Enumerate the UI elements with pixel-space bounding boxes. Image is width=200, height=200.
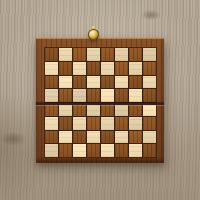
fold-seam-line [36,103,164,105]
square-f2[interactable] [115,131,128,144]
square-h7[interactable] [143,62,156,75]
square-f7[interactable] [115,62,128,75]
square-d3[interactable] [87,117,100,130]
square-g3[interactable] [129,117,142,130]
square-a5[interactable] [45,89,58,102]
square-b7[interactable] [59,62,72,75]
square-b3[interactable] [59,117,72,130]
square-a3[interactable] [45,117,58,130]
brass-clasp [87,26,99,41]
square-d1[interactable] [87,144,100,157]
square-e7[interactable] [101,62,114,75]
square-e5[interactable] [101,89,114,102]
square-e8[interactable] [101,48,114,61]
square-c6[interactable] [73,76,86,89]
square-b6[interactable] [59,76,72,89]
square-e2[interactable] [101,131,114,144]
square-e3[interactable] [101,117,114,130]
clasp-ball-icon [88,29,99,40]
square-a6[interactable] [45,76,58,89]
square-h1[interactable] [143,144,156,157]
square-c5[interactable] [73,89,86,102]
square-h3[interactable] [143,117,156,130]
square-g2[interactable] [129,131,142,144]
square-d5[interactable] [87,89,100,102]
square-f5[interactable] [115,89,128,102]
square-g8[interactable] [129,48,142,61]
square-a7[interactable] [45,62,58,75]
square-d2[interactable] [87,131,100,144]
chess-board [36,38,164,163]
square-g5[interactable] [129,89,142,102]
square-d7[interactable] [87,62,100,75]
square-a8[interactable] [45,48,58,61]
square-f1[interactable] [115,144,128,157]
square-g7[interactable] [129,62,142,75]
square-b1[interactable] [59,144,72,157]
square-a1[interactable] [45,144,58,157]
square-f8[interactable] [115,48,128,61]
square-h6[interactable] [143,76,156,89]
square-h8[interactable] [143,48,156,61]
square-h2[interactable] [143,131,156,144]
square-b5[interactable] [59,89,72,102]
square-e6[interactable] [101,76,114,89]
square-f6[interactable] [115,76,128,89]
square-g1[interactable] [129,144,142,157]
square-g6[interactable] [129,76,142,89]
square-e1[interactable] [101,144,114,157]
square-c2[interactable] [73,131,86,144]
square-b2[interactable] [59,131,72,144]
square-c7[interactable] [73,62,86,75]
square-c1[interactable] [73,144,86,157]
square-c8[interactable] [73,48,86,61]
square-b8[interactable] [59,48,72,61]
square-d6[interactable] [87,76,100,89]
square-f3[interactable] [115,117,128,130]
square-a2[interactable] [45,131,58,144]
square-d8[interactable] [87,48,100,61]
square-c3[interactable] [73,117,86,130]
square-h5[interactable] [143,89,156,102]
photo-scene [0,0,200,200]
